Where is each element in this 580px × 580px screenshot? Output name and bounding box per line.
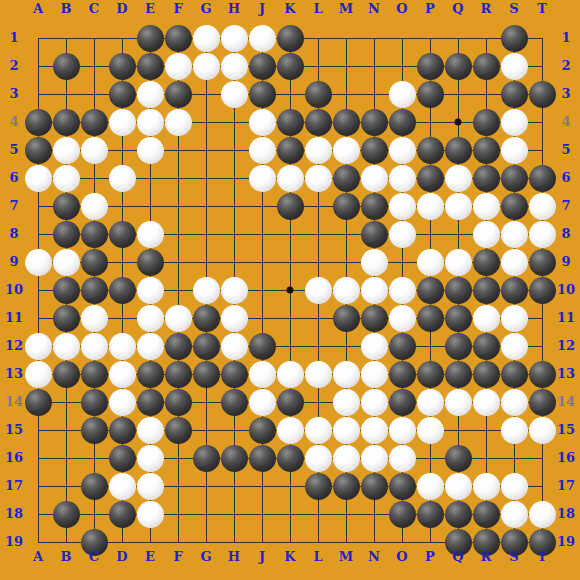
board-point-E6[interactable] [136, 164, 164, 192]
board-point-O7[interactable] [388, 192, 416, 220]
board-point-P4[interactable] [416, 108, 444, 136]
board-point-P8[interactable] [416, 220, 444, 248]
board-point-B1[interactable] [52, 24, 80, 52]
board-point-A14[interactable] [24, 388, 52, 416]
board-point-A15[interactable] [24, 416, 52, 444]
board-point-H3[interactable] [220, 80, 248, 108]
board-point-P16[interactable] [416, 444, 444, 472]
board-point-K13[interactable] [276, 360, 304, 388]
board-point-P11[interactable] [416, 304, 444, 332]
board-point-O16[interactable] [388, 444, 416, 472]
board-point-C3[interactable] [80, 80, 108, 108]
board-point-K10[interactable] [276, 276, 304, 304]
board-point-L7[interactable] [304, 192, 332, 220]
board-point-M17[interactable] [332, 472, 360, 500]
board-point-S5[interactable] [500, 136, 528, 164]
board-point-C16[interactable] [80, 444, 108, 472]
board-point-Q7[interactable] [444, 192, 472, 220]
board-point-E16[interactable] [136, 444, 164, 472]
board-point-Q8[interactable] [444, 220, 472, 248]
board-point-B7[interactable] [52, 192, 80, 220]
board-point-F11[interactable] [164, 304, 192, 332]
board-point-T13[interactable] [528, 360, 556, 388]
board-point-O15[interactable] [388, 416, 416, 444]
board-point-K3[interactable] [276, 80, 304, 108]
board-point-T2[interactable] [528, 52, 556, 80]
board-point-S8[interactable] [500, 220, 528, 248]
board-point-P18[interactable] [416, 500, 444, 528]
board-point-M15[interactable] [332, 416, 360, 444]
board-point-L13[interactable] [304, 360, 332, 388]
board-point-R7[interactable] [472, 192, 500, 220]
board-point-R18[interactable] [472, 500, 500, 528]
board-point-O10[interactable] [388, 276, 416, 304]
board-point-R8[interactable] [472, 220, 500, 248]
board-point-H2[interactable] [220, 52, 248, 80]
board-point-S9[interactable] [500, 248, 528, 276]
board-point-S10[interactable] [500, 276, 528, 304]
board-point-B18[interactable] [52, 500, 80, 528]
board-point-T4[interactable] [528, 108, 556, 136]
board-point-J12[interactable] [248, 332, 276, 360]
board-point-M14[interactable] [332, 388, 360, 416]
board-point-O2[interactable] [388, 52, 416, 80]
board-point-H5[interactable] [220, 136, 248, 164]
board-point-R14[interactable] [472, 388, 500, 416]
board-point-E7[interactable] [136, 192, 164, 220]
board-point-D12[interactable] [108, 332, 136, 360]
board-point-H15[interactable] [220, 416, 248, 444]
board-point-B6[interactable] [52, 164, 80, 192]
board-point-D7[interactable] [108, 192, 136, 220]
board-point-J4[interactable] [248, 108, 276, 136]
board-point-J5[interactable] [248, 136, 276, 164]
board-point-J11[interactable] [248, 304, 276, 332]
board-point-H18[interactable] [220, 500, 248, 528]
board-point-G18[interactable] [192, 500, 220, 528]
board-point-L11[interactable] [304, 304, 332, 332]
board-point-N15[interactable] [360, 416, 388, 444]
board-point-L9[interactable] [304, 248, 332, 276]
board-point-Q2[interactable] [444, 52, 472, 80]
board-point-M4[interactable] [332, 108, 360, 136]
board-point-N11[interactable] [360, 304, 388, 332]
board-point-R16[interactable] [472, 444, 500, 472]
board-point-G7[interactable] [192, 192, 220, 220]
board-point-S3[interactable] [500, 80, 528, 108]
board-point-D17[interactable] [108, 472, 136, 500]
board-point-N4[interactable] [360, 108, 388, 136]
board-point-E3[interactable] [136, 80, 164, 108]
board-point-E1[interactable] [136, 24, 164, 52]
board-point-G5[interactable] [192, 136, 220, 164]
board-point-R4[interactable] [472, 108, 500, 136]
board-point-B3[interactable] [52, 80, 80, 108]
board-point-H16[interactable] [220, 444, 248, 472]
board-point-Q17[interactable] [444, 472, 472, 500]
board-point-B15[interactable] [52, 416, 80, 444]
board-point-N1[interactable] [360, 24, 388, 52]
board-point-P15[interactable] [416, 416, 444, 444]
board-point-J3[interactable] [248, 80, 276, 108]
board-point-Q13[interactable] [444, 360, 472, 388]
board-point-M7[interactable] [332, 192, 360, 220]
board-point-B14[interactable] [52, 388, 80, 416]
board-point-N6[interactable] [360, 164, 388, 192]
board-point-E5[interactable] [136, 136, 164, 164]
board-point-A16[interactable] [24, 444, 52, 472]
board-point-G10[interactable] [192, 276, 220, 304]
board-point-K16[interactable] [276, 444, 304, 472]
board-point-E17[interactable] [136, 472, 164, 500]
board-point-D8[interactable] [108, 220, 136, 248]
board-point-J7[interactable] [248, 192, 276, 220]
board-point-N8[interactable] [360, 220, 388, 248]
board-point-F12[interactable] [164, 332, 192, 360]
board-point-F10[interactable] [164, 276, 192, 304]
board-point-O1[interactable] [388, 24, 416, 52]
board-point-A7[interactable] [24, 192, 52, 220]
board-point-O3[interactable] [388, 80, 416, 108]
board-point-D9[interactable] [108, 248, 136, 276]
board-point-M10[interactable] [332, 276, 360, 304]
board-point-E2[interactable] [136, 52, 164, 80]
board-point-C5[interactable] [80, 136, 108, 164]
board-point-T7[interactable] [528, 192, 556, 220]
board-point-F8[interactable] [164, 220, 192, 248]
board-point-K15[interactable] [276, 416, 304, 444]
board-point-K11[interactable] [276, 304, 304, 332]
board-point-O18[interactable] [388, 500, 416, 528]
board-point-P3[interactable] [416, 80, 444, 108]
board-point-T8[interactable] [528, 220, 556, 248]
board-point-M3[interactable] [332, 80, 360, 108]
board-point-K7[interactable] [276, 192, 304, 220]
board-point-G15[interactable] [192, 416, 220, 444]
board-point-C6[interactable] [80, 164, 108, 192]
board-point-H1[interactable] [220, 24, 248, 52]
board-point-E11[interactable] [136, 304, 164, 332]
board-point-S14[interactable] [500, 388, 528, 416]
board-point-A10[interactable] [24, 276, 52, 304]
board-point-A12[interactable] [24, 332, 52, 360]
board-point-A8[interactable] [24, 220, 52, 248]
board-point-C4[interactable] [80, 108, 108, 136]
board-point-M2[interactable] [332, 52, 360, 80]
board-point-B9[interactable] [52, 248, 80, 276]
board-point-N16[interactable] [360, 444, 388, 472]
board-point-L2[interactable] [304, 52, 332, 80]
board-point-L14[interactable] [304, 388, 332, 416]
board-point-K4[interactable] [276, 108, 304, 136]
board-point-N2[interactable] [360, 52, 388, 80]
board-point-B13[interactable] [52, 360, 80, 388]
board-point-T18[interactable] [528, 500, 556, 528]
board-point-D2[interactable] [108, 52, 136, 80]
board-point-K18[interactable] [276, 500, 304, 528]
board-point-J14[interactable] [248, 388, 276, 416]
board-point-C14[interactable] [80, 388, 108, 416]
board-point-K5[interactable] [276, 136, 304, 164]
board-point-S15[interactable] [500, 416, 528, 444]
board-point-S6[interactable] [500, 164, 528, 192]
board-point-Q14[interactable] [444, 388, 472, 416]
board-point-A11[interactable] [24, 304, 52, 332]
board-point-L10[interactable] [304, 276, 332, 304]
board-points-grid[interactable] [24, 24, 556, 556]
board-point-Q18[interactable] [444, 500, 472, 528]
board-point-R13[interactable] [472, 360, 500, 388]
board-point-A17[interactable] [24, 472, 52, 500]
board-point-K8[interactable] [276, 220, 304, 248]
board-point-Q11[interactable] [444, 304, 472, 332]
board-point-F17[interactable] [164, 472, 192, 500]
board-point-G9[interactable] [192, 248, 220, 276]
board-point-M12[interactable] [332, 332, 360, 360]
board-point-T9[interactable] [528, 248, 556, 276]
board-point-B2[interactable] [52, 52, 80, 80]
board-point-H14[interactable] [220, 388, 248, 416]
board-point-B11[interactable] [52, 304, 80, 332]
board-point-L3[interactable] [304, 80, 332, 108]
board-point-G1[interactable] [192, 24, 220, 52]
board-point-J17[interactable] [248, 472, 276, 500]
board-point-N13[interactable] [360, 360, 388, 388]
board-point-R6[interactable] [472, 164, 500, 192]
board-point-J1[interactable] [248, 24, 276, 52]
board-point-K17[interactable] [276, 472, 304, 500]
board-point-J13[interactable] [248, 360, 276, 388]
board-point-A2[interactable] [24, 52, 52, 80]
board-point-N14[interactable] [360, 388, 388, 416]
board-point-G17[interactable] [192, 472, 220, 500]
board-point-P6[interactable] [416, 164, 444, 192]
board-point-S18[interactable] [500, 500, 528, 528]
board-point-S11[interactable] [500, 304, 528, 332]
board-point-E13[interactable] [136, 360, 164, 388]
board-point-D11[interactable] [108, 304, 136, 332]
board-point-L17[interactable] [304, 472, 332, 500]
board-point-P17[interactable] [416, 472, 444, 500]
board-point-F15[interactable] [164, 416, 192, 444]
board-point-O11[interactable] [388, 304, 416, 332]
board-point-D1[interactable] [108, 24, 136, 52]
board-point-D4[interactable] [108, 108, 136, 136]
board-point-F14[interactable] [164, 388, 192, 416]
board-point-P1[interactable] [416, 24, 444, 52]
board-point-C11[interactable] [80, 304, 108, 332]
board-point-F7[interactable] [164, 192, 192, 220]
board-point-N3[interactable] [360, 80, 388, 108]
board-point-M18[interactable] [332, 500, 360, 528]
board-point-N9[interactable] [360, 248, 388, 276]
board-point-S1[interactable] [500, 24, 528, 52]
board-point-G11[interactable] [192, 304, 220, 332]
board-point-D6[interactable] [108, 164, 136, 192]
board-point-M1[interactable] [332, 24, 360, 52]
board-point-O4[interactable] [388, 108, 416, 136]
board-point-G16[interactable] [192, 444, 220, 472]
board-point-K14[interactable] [276, 388, 304, 416]
board-point-E14[interactable] [136, 388, 164, 416]
board-point-O17[interactable] [388, 472, 416, 500]
board-point-H13[interactable] [220, 360, 248, 388]
board-point-J18[interactable] [248, 500, 276, 528]
board-point-A3[interactable] [24, 80, 52, 108]
board-point-E10[interactable] [136, 276, 164, 304]
board-point-M5[interactable] [332, 136, 360, 164]
board-point-K12[interactable] [276, 332, 304, 360]
board-point-D3[interactable] [108, 80, 136, 108]
board-point-K2[interactable] [276, 52, 304, 80]
board-point-T17[interactable] [528, 472, 556, 500]
board-point-B5[interactable] [52, 136, 80, 164]
board-point-F4[interactable] [164, 108, 192, 136]
board-point-J9[interactable] [248, 248, 276, 276]
board-point-T6[interactable] [528, 164, 556, 192]
board-point-M8[interactable] [332, 220, 360, 248]
board-point-S7[interactable] [500, 192, 528, 220]
board-point-L12[interactable] [304, 332, 332, 360]
board-point-N7[interactable] [360, 192, 388, 220]
board-point-E4[interactable] [136, 108, 164, 136]
board-point-L5[interactable] [304, 136, 332, 164]
board-point-F1[interactable] [164, 24, 192, 52]
board-point-R15[interactable] [472, 416, 500, 444]
board-point-L16[interactable] [304, 444, 332, 472]
board-point-G2[interactable] [192, 52, 220, 80]
board-point-C2[interactable] [80, 52, 108, 80]
board-point-S16[interactable] [500, 444, 528, 472]
board-point-P10[interactable] [416, 276, 444, 304]
board-point-T16[interactable] [528, 444, 556, 472]
board-point-Q12[interactable] [444, 332, 472, 360]
board-point-C15[interactable] [80, 416, 108, 444]
board-point-A6[interactable] [24, 164, 52, 192]
board-point-Q1[interactable] [444, 24, 472, 52]
board-point-E18[interactable] [136, 500, 164, 528]
board-point-N12[interactable] [360, 332, 388, 360]
board-point-K1[interactable] [276, 24, 304, 52]
board-point-N18[interactable] [360, 500, 388, 528]
board-point-P9[interactable] [416, 248, 444, 276]
board-point-H8[interactable] [220, 220, 248, 248]
board-point-R1[interactable] [472, 24, 500, 52]
board-point-O9[interactable] [388, 248, 416, 276]
board-point-R12[interactable] [472, 332, 500, 360]
board-point-K9[interactable] [276, 248, 304, 276]
board-point-G4[interactable] [192, 108, 220, 136]
board-point-D14[interactable] [108, 388, 136, 416]
board-point-C18[interactable] [80, 500, 108, 528]
board-point-A18[interactable] [24, 500, 52, 528]
board-point-A4[interactable] [24, 108, 52, 136]
board-point-F3[interactable] [164, 80, 192, 108]
board-point-G12[interactable] [192, 332, 220, 360]
board-point-H6[interactable] [220, 164, 248, 192]
board-point-J16[interactable] [248, 444, 276, 472]
board-point-O8[interactable] [388, 220, 416, 248]
board-point-E9[interactable] [136, 248, 164, 276]
board-point-T15[interactable] [528, 416, 556, 444]
board-point-J8[interactable] [248, 220, 276, 248]
board-point-A13[interactable] [24, 360, 52, 388]
board-point-F2[interactable] [164, 52, 192, 80]
board-point-G3[interactable] [192, 80, 220, 108]
board-point-H11[interactable] [220, 304, 248, 332]
board-point-Q15[interactable] [444, 416, 472, 444]
board-point-P5[interactable] [416, 136, 444, 164]
board-point-D5[interactable] [108, 136, 136, 164]
board-point-F9[interactable] [164, 248, 192, 276]
board-point-R3[interactable] [472, 80, 500, 108]
board-point-F16[interactable] [164, 444, 192, 472]
board-point-S13[interactable] [500, 360, 528, 388]
board-point-J2[interactable] [248, 52, 276, 80]
board-point-B12[interactable] [52, 332, 80, 360]
board-point-J15[interactable] [248, 416, 276, 444]
board-point-E12[interactable] [136, 332, 164, 360]
board-point-D10[interactable] [108, 276, 136, 304]
board-point-R11[interactable] [472, 304, 500, 332]
board-point-A9[interactable] [24, 248, 52, 276]
board-point-H7[interactable] [220, 192, 248, 220]
board-point-R9[interactable] [472, 248, 500, 276]
board-point-E8[interactable] [136, 220, 164, 248]
board-point-B16[interactable] [52, 444, 80, 472]
board-point-C17[interactable] [80, 472, 108, 500]
board-point-L6[interactable] [304, 164, 332, 192]
board-point-M16[interactable] [332, 444, 360, 472]
board-point-Q3[interactable] [444, 80, 472, 108]
board-point-M13[interactable] [332, 360, 360, 388]
board-point-L15[interactable] [304, 416, 332, 444]
board-point-G14[interactable] [192, 388, 220, 416]
board-point-F13[interactable] [164, 360, 192, 388]
board-point-C12[interactable] [80, 332, 108, 360]
board-point-E15[interactable] [136, 416, 164, 444]
board-point-O12[interactable] [388, 332, 416, 360]
board-point-D16[interactable] [108, 444, 136, 472]
board-point-B17[interactable] [52, 472, 80, 500]
board-point-M9[interactable] [332, 248, 360, 276]
board-point-T1[interactable] [528, 24, 556, 52]
board-point-T3[interactable] [528, 80, 556, 108]
board-point-R2[interactable] [472, 52, 500, 80]
board-point-P13[interactable] [416, 360, 444, 388]
board-point-R17[interactable] [472, 472, 500, 500]
board-point-Q6[interactable] [444, 164, 472, 192]
board-point-R10[interactable] [472, 276, 500, 304]
board-point-H17[interactable] [220, 472, 248, 500]
board-point-B10[interactable] [52, 276, 80, 304]
board-point-Q4[interactable] [444, 108, 472, 136]
board-point-C10[interactable] [80, 276, 108, 304]
board-point-S17[interactable] [500, 472, 528, 500]
board-point-C13[interactable] [80, 360, 108, 388]
board-point-L4[interactable] [304, 108, 332, 136]
board-point-D15[interactable] [108, 416, 136, 444]
board-point-G13[interactable] [192, 360, 220, 388]
board-point-T5[interactable] [528, 136, 556, 164]
board-point-S4[interactable] [500, 108, 528, 136]
board-point-F5[interactable] [164, 136, 192, 164]
board-point-G6[interactable] [192, 164, 220, 192]
board-point-M11[interactable] [332, 304, 360, 332]
board-point-B8[interactable] [52, 220, 80, 248]
board-point-N5[interactable] [360, 136, 388, 164]
board-point-O13[interactable] [388, 360, 416, 388]
